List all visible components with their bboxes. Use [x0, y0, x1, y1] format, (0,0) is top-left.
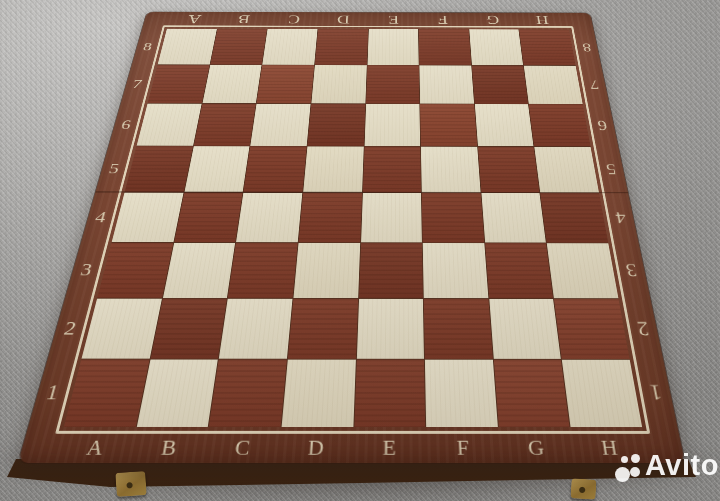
file-label-top-d: D [337, 12, 351, 26]
file-label-bottom-g: G [527, 435, 545, 461]
square-g1[interactable] [494, 360, 570, 427]
square-e7[interactable] [366, 65, 420, 104]
rank-label-right-2: 2 [635, 317, 650, 339]
square-b8[interactable] [210, 29, 267, 65]
square-c3[interactable] [228, 243, 298, 298]
rank-label-left-5: 5 [107, 160, 121, 177]
square-e6[interactable] [364, 104, 420, 146]
avito-logo-icon [621, 456, 628, 463]
square-d4[interactable] [298, 193, 361, 243]
square-f3[interactable] [423, 243, 488, 298]
square-b7[interactable] [202, 65, 262, 104]
square-d3[interactable] [293, 243, 359, 298]
rank-label-right-8: 8 [581, 41, 592, 54]
square-h2[interactable] [554, 299, 629, 359]
square-g4[interactable] [481, 193, 546, 243]
rank-label-left-2: 2 [62, 317, 79, 339]
rank-label-left-4: 4 [93, 207, 108, 226]
file-label-top-e: E [388, 13, 399, 27]
file-label-bottom-c: C [233, 435, 251, 461]
square-f4[interactable] [422, 193, 484, 243]
square-f6[interactable] [420, 104, 477, 146]
square-h4[interactable] [541, 193, 609, 243]
square-a5[interactable] [125, 146, 193, 192]
square-c1[interactable] [209, 360, 287, 427]
square-c2[interactable] [219, 299, 292, 359]
rank-label-left-1: 1 [43, 380, 61, 405]
rank-label-right-4: 4 [614, 208, 628, 226]
rank-label-right-3: 3 [624, 260, 638, 280]
file-label-top-b: B [237, 12, 251, 26]
square-h5[interactable] [535, 147, 599, 193]
square-e2[interactable] [356, 299, 424, 359]
square-g7[interactable] [472, 65, 529, 104]
file-label-bottom-e: E [382, 435, 396, 461]
square-c8[interactable] [262, 29, 317, 65]
square-d7[interactable] [311, 65, 366, 104]
square-f8[interactable] [419, 29, 471, 65]
square-f2[interactable] [424, 299, 493, 359]
rank-label-right-5: 5 [605, 161, 618, 178]
avito-logo-icon [631, 454, 640, 463]
coordinate-labels: AABBCCDDEEFFGGHH8877665544332211 [147, 12, 590, 13]
square-h3[interactable] [547, 243, 618, 298]
square-h1[interactable] [562, 360, 642, 427]
file-label-top-h: H [535, 13, 550, 27]
square-h6[interactable] [529, 104, 590, 146]
square-g8[interactable] [469, 29, 523, 65]
square-h8[interactable] [519, 29, 575, 65]
square-e3[interactable] [359, 243, 423, 298]
file-label-bottom-a: A [84, 435, 106, 461]
avito-logo-icon [615, 467, 630, 482]
square-b1[interactable] [136, 360, 218, 427]
rank-label-left-7: 7 [131, 77, 144, 91]
square-b3[interactable] [163, 243, 236, 298]
square-b2[interactable] [150, 298, 227, 359]
square-e5[interactable] [363, 146, 422, 192]
board-field [64, 29, 642, 427]
square-c4[interactable] [236, 192, 302, 242]
square-b4[interactable] [174, 192, 243, 242]
square-g2[interactable] [489, 299, 561, 359]
file-label-bottom-b: B [159, 435, 178, 461]
rank-label-right-1: 1 [648, 380, 664, 405]
rank-label-left-8: 8 [142, 40, 154, 53]
rank-label-left-6: 6 [120, 117, 133, 133]
square-a4[interactable] [112, 192, 184, 242]
square-g5[interactable] [478, 147, 540, 193]
square-c6[interactable] [250, 104, 310, 146]
square-a7[interactable] [148, 65, 210, 104]
square-g3[interactable] [485, 243, 553, 298]
square-g6[interactable] [475, 104, 534, 146]
square-c7[interactable] [257, 65, 314, 104]
square-d5[interactable] [303, 146, 363, 192]
square-f7[interactable] [419, 65, 473, 104]
square-d1[interactable] [281, 360, 355, 427]
rank-label-left-3: 3 [78, 259, 94, 279]
square-d2[interactable] [288, 299, 358, 359]
square-f5[interactable] [421, 147, 480, 193]
file-label-bottom-d: D [307, 435, 325, 461]
photo-stage: AABBCCDDEEFFGGHH8877665544332211 Avito [0, 0, 720, 501]
square-b5[interactable] [184, 146, 249, 192]
brass-hinge-left [115, 471, 147, 497]
square-d6[interactable] [307, 104, 365, 146]
square-f1[interactable] [425, 360, 498, 427]
square-h7[interactable] [524, 65, 583, 104]
square-e4[interactable] [361, 193, 422, 243]
file-label-bottom-f: F [456, 435, 469, 461]
square-a8[interactable] [158, 29, 217, 65]
file-label-top-c: C [287, 12, 300, 26]
square-a3[interactable] [97, 243, 173, 298]
file-label-top-a: A [186, 12, 202, 26]
square-e8[interactable] [367, 29, 419, 65]
square-a6[interactable] [137, 104, 202, 146]
square-e1[interactable] [354, 360, 425, 427]
square-c5[interactable] [244, 146, 307, 192]
avito-logo-icon [630, 467, 640, 477]
rank-label-right-7: 7 [589, 77, 601, 91]
avito-watermark: Avito [584, 443, 720, 491]
square-b6[interactable] [194, 104, 256, 146]
watermark-text: Avito [645, 449, 719, 482]
file-label-top-g: G [486, 13, 500, 27]
square-d8[interactable] [315, 29, 368, 65]
rank-label-right-6: 6 [596, 117, 608, 133]
file-label-top-f: F [438, 13, 448, 27]
